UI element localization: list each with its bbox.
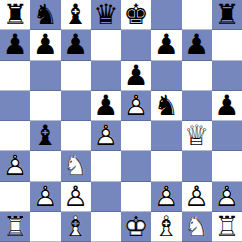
square-e2[interactable] xyxy=(121,182,151,212)
square-d6[interactable] xyxy=(91,61,121,91)
piece-black-king[interactable]: ♚ xyxy=(121,0,151,30)
piece-black-pawn[interactable]: ♟ xyxy=(91,91,121,121)
square-b6[interactable] xyxy=(30,61,60,91)
square-c6[interactable] xyxy=(61,61,91,91)
square-c2[interactable]: ♟♙ xyxy=(61,182,91,212)
square-g3[interactable] xyxy=(182,151,212,181)
piece-white-pawn[interactable]: ♙ xyxy=(121,91,151,121)
square-d8[interactable]: ♛ xyxy=(91,0,121,30)
square-e8[interactable]: ♚ xyxy=(121,0,151,30)
square-a4[interactable] xyxy=(0,121,30,151)
square-e7[interactable] xyxy=(121,30,151,60)
piece-white-pawn[interactable]: ♙ xyxy=(182,182,212,212)
square-g6[interactable] xyxy=(182,61,212,91)
piece-black-pawn[interactable]: ♟ xyxy=(0,30,30,60)
piece-white-king[interactable]: ♔ xyxy=(121,212,151,242)
piece-black-pawn[interactable]: ♟ xyxy=(30,30,60,60)
piece-white-knight[interactable]: ♘ xyxy=(182,212,212,242)
square-c1[interactable]: ♝♗ xyxy=(61,212,91,242)
square-d3[interactable] xyxy=(91,151,121,181)
square-e6[interactable]: ♟ xyxy=(121,61,151,91)
square-b2[interactable]: ♟♙ xyxy=(30,182,60,212)
piece-black-bishop[interactable]: ♝ xyxy=(61,0,91,30)
square-d2[interactable] xyxy=(91,182,121,212)
piece-white-pawn[interactable]: ♙ xyxy=(151,182,181,212)
square-h6[interactable] xyxy=(212,61,242,91)
square-f7[interactable]: ♟ xyxy=(151,30,181,60)
square-g5[interactable] xyxy=(182,91,212,121)
piece-black-knight[interactable]: ♞ xyxy=(30,0,60,30)
square-d7[interactable] xyxy=(91,30,121,60)
square-b4[interactable]: ♝ xyxy=(30,121,60,151)
square-e3[interactable] xyxy=(121,151,151,181)
square-b3[interactable] xyxy=(30,151,60,181)
square-h3[interactable] xyxy=(212,151,242,181)
piece-black-rook[interactable]: ♜ xyxy=(212,0,242,30)
square-c3[interactable]: ♞♘ xyxy=(61,151,91,181)
piece-white-rook[interactable]: ♖ xyxy=(0,212,30,242)
piece-black-pawn[interactable]: ♟ xyxy=(151,30,181,60)
square-h1[interactable]: ♜♖ xyxy=(212,212,242,242)
chess-board: ♜♞♝♛♚♜♟♟♟♟♟♟♟♟♙♞♟♝♟♙♛♕♟♙♞♘♟♙♟♙♟♙♟♙♟♙♜♖♝♗… xyxy=(0,0,242,242)
square-g2[interactable]: ♟♙ xyxy=(182,182,212,212)
square-f2[interactable]: ♟♙ xyxy=(151,182,181,212)
square-a1[interactable]: ♜♖ xyxy=(0,212,30,242)
square-f4[interactable] xyxy=(151,121,181,151)
square-a3[interactable]: ♟♙ xyxy=(0,151,30,181)
piece-black-rook[interactable]: ♜ xyxy=(0,0,30,30)
square-a5[interactable] xyxy=(0,91,30,121)
square-h7[interactable] xyxy=(212,30,242,60)
square-g8[interactable] xyxy=(182,0,212,30)
square-d5[interactable]: ♟ xyxy=(91,91,121,121)
square-c5[interactable] xyxy=(61,91,91,121)
piece-white-bishop[interactable]: ♗ xyxy=(61,212,91,242)
piece-white-pawn[interactable]: ♙ xyxy=(91,121,121,151)
square-c4[interactable] xyxy=(61,121,91,151)
square-c7[interactable]: ♟ xyxy=(61,30,91,60)
square-a6[interactable] xyxy=(0,61,30,91)
square-b5[interactable] xyxy=(30,91,60,121)
square-f5[interactable]: ♞ xyxy=(151,91,181,121)
square-h5[interactable]: ♟ xyxy=(212,91,242,121)
square-g4[interactable]: ♛♕ xyxy=(182,121,212,151)
square-e5[interactable]: ♟♙ xyxy=(121,91,151,121)
piece-black-pawn[interactable]: ♟ xyxy=(121,61,151,91)
square-h4[interactable] xyxy=(212,121,242,151)
square-h2[interactable]: ♟♙ xyxy=(212,182,242,212)
piece-white-pawn[interactable]: ♙ xyxy=(0,151,30,181)
square-h8[interactable]: ♜ xyxy=(212,0,242,30)
square-d1[interactable] xyxy=(91,212,121,242)
piece-white-rook[interactable]: ♖ xyxy=(212,212,242,242)
square-a7[interactable]: ♟ xyxy=(0,30,30,60)
square-a2[interactable] xyxy=(0,182,30,212)
square-g7[interactable]: ♟ xyxy=(182,30,212,60)
piece-white-bishop[interactable]: ♗ xyxy=(151,212,181,242)
square-b1[interactable] xyxy=(30,212,60,242)
piece-black-bishop[interactable]: ♝ xyxy=(30,121,60,151)
piece-black-pawn[interactable]: ♟ xyxy=(61,30,91,60)
piece-white-queen[interactable]: ♕ xyxy=(182,121,212,151)
piece-black-pawn[interactable]: ♟ xyxy=(182,30,212,60)
piece-black-queen[interactable]: ♛ xyxy=(91,0,121,30)
square-a8[interactable]: ♜ xyxy=(0,0,30,30)
square-b8[interactable]: ♞ xyxy=(30,0,60,30)
piece-black-pawn[interactable]: ♟ xyxy=(212,91,242,121)
square-f1[interactable]: ♝♗ xyxy=(151,212,181,242)
square-b7[interactable]: ♟ xyxy=(30,30,60,60)
piece-black-knight[interactable]: ♞ xyxy=(151,91,181,121)
square-e4[interactable] xyxy=(121,121,151,151)
piece-white-pawn[interactable]: ♙ xyxy=(30,182,60,212)
square-f3[interactable] xyxy=(151,151,181,181)
square-d4[interactable]: ♟♙ xyxy=(91,121,121,151)
square-f8[interactable] xyxy=(151,0,181,30)
square-e1[interactable]: ♚♔ xyxy=(121,212,151,242)
square-g1[interactable]: ♞♘ xyxy=(182,212,212,242)
piece-white-pawn[interactable]: ♙ xyxy=(212,182,242,212)
square-c8[interactable]: ♝ xyxy=(61,0,91,30)
piece-white-pawn[interactable]: ♙ xyxy=(61,182,91,212)
piece-white-knight[interactable]: ♘ xyxy=(61,151,91,181)
square-f6[interactable] xyxy=(151,61,181,91)
